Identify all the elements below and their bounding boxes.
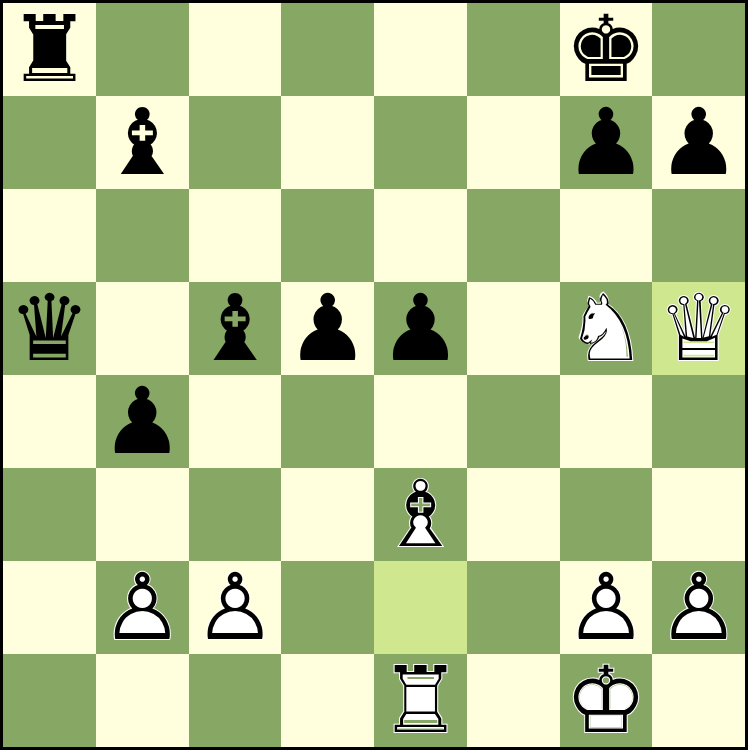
bishop-glyph: ♝ [96, 96, 189, 189]
black-pawn[interactable]: ♟ [281, 282, 374, 375]
square-c6[interactable] [189, 189, 282, 282]
square-f3[interactable] [467, 468, 560, 561]
square-c4[interactable] [189, 375, 282, 468]
white-king[interactable]: ♚♔ [560, 654, 653, 747]
king-glyph: ♚ [560, 3, 653, 96]
square-f2[interactable] [467, 561, 560, 654]
queen-glyph: ♛ [3, 282, 96, 375]
square-h8[interactable] [652, 3, 745, 96]
black-pawn[interactable]: ♟ [652, 96, 745, 189]
pawn-glyph: ♟ [374, 282, 467, 375]
knight-outline-glyph: ♘ [560, 282, 653, 375]
square-d4[interactable] [281, 375, 374, 468]
square-a1[interactable] [3, 654, 96, 747]
black-bishop[interactable]: ♝ [96, 96, 189, 189]
pawn-outline-glyph: ♙ [652, 561, 745, 654]
square-c1[interactable] [189, 654, 282, 747]
square-a6[interactable] [3, 189, 96, 282]
square-f1[interactable] [467, 654, 560, 747]
white-pawn[interactable]: ♟♙ [560, 561, 653, 654]
pawn-glyph: ♟ [560, 96, 653, 189]
square-h6[interactable] [652, 189, 745, 282]
square-e8[interactable] [374, 3, 467, 96]
square-f7[interactable] [467, 96, 560, 189]
square-b3[interactable] [96, 468, 189, 561]
white-knight[interactable]: ♞♘ [560, 282, 653, 375]
square-g6[interactable] [560, 189, 653, 282]
black-pawn[interactable]: ♟ [560, 96, 653, 189]
square-f4[interactable] [467, 375, 560, 468]
square-d8[interactable] [281, 3, 374, 96]
white-rook[interactable]: ♜♖ [374, 654, 467, 747]
black-bishop[interactable]: ♝ [189, 282, 282, 375]
square-g4[interactable] [560, 375, 653, 468]
rook-glyph: ♜ [3, 3, 96, 96]
square-b5[interactable] [96, 282, 189, 375]
square-b1[interactable] [96, 654, 189, 747]
square-c7[interactable] [189, 96, 282, 189]
square-a8[interactable]: ♜ [3, 3, 96, 96]
black-pawn[interactable]: ♟ [96, 375, 189, 468]
square-c2[interactable]: ♟♙ [189, 561, 282, 654]
square-g3[interactable] [560, 468, 653, 561]
square-d5[interactable]: ♟ [281, 282, 374, 375]
square-b6[interactable] [96, 189, 189, 282]
black-queen[interactable]: ♛ [3, 282, 96, 375]
black-king[interactable]: ♚ [560, 3, 653, 96]
square-d1[interactable] [281, 654, 374, 747]
pawn-outline-glyph: ♙ [560, 561, 653, 654]
square-e1[interactable]: ♜♖ [374, 654, 467, 747]
white-pawn[interactable]: ♟♙ [652, 561, 745, 654]
square-h5[interactable]: ♛♕ [652, 282, 745, 375]
square-a3[interactable] [3, 468, 96, 561]
square-d6[interactable] [281, 189, 374, 282]
king-outline-glyph: ♔ [560, 654, 653, 747]
pawn-glyph: ♟ [652, 96, 745, 189]
white-pawn[interactable]: ♟♙ [189, 561, 282, 654]
square-g7[interactable]: ♟ [560, 96, 653, 189]
square-b7[interactable]: ♝ [96, 96, 189, 189]
square-a2[interactable] [3, 561, 96, 654]
square-h3[interactable] [652, 468, 745, 561]
black-pawn[interactable]: ♟ [374, 282, 467, 375]
white-pawn[interactable]: ♟♙ [96, 561, 189, 654]
square-g1[interactable]: ♚♔ [560, 654, 653, 747]
square-h2[interactable]: ♟♙ [652, 561, 745, 654]
square-c5[interactable]: ♝ [189, 282, 282, 375]
black-rook[interactable]: ♜ [3, 3, 96, 96]
queen-outline-glyph: ♕ [652, 282, 745, 375]
square-e3[interactable]: ♝♗ [374, 468, 467, 561]
white-queen[interactable]: ♛♕ [652, 282, 745, 375]
square-h7[interactable]: ♟ [652, 96, 745, 189]
square-e6[interactable] [374, 189, 467, 282]
bishop-outline-glyph: ♗ [374, 468, 467, 561]
square-e4[interactable] [374, 375, 467, 468]
pawn-outline-glyph: ♙ [189, 561, 282, 654]
square-d7[interactable] [281, 96, 374, 189]
square-f5[interactable] [467, 282, 560, 375]
square-f8[interactable] [467, 3, 560, 96]
square-d3[interactable] [281, 468, 374, 561]
square-g2[interactable]: ♟♙ [560, 561, 653, 654]
rook-outline-glyph: ♖ [374, 654, 467, 747]
square-a4[interactable] [3, 375, 96, 468]
square-g8[interactable]: ♚ [560, 3, 653, 96]
chess-board: ♜♚♝♟♟♛♝♟♟♞♘♛♕♟♝♗♟♙♟♙♟♙♟♙♜♖♚♔ [0, 0, 748, 750]
bishop-glyph: ♝ [189, 282, 282, 375]
square-g5[interactable]: ♞♘ [560, 282, 653, 375]
square-b8[interactable] [96, 3, 189, 96]
square-h1[interactable] [652, 654, 745, 747]
white-bishop[interactable]: ♝♗ [374, 468, 467, 561]
square-c3[interactable] [189, 468, 282, 561]
square-b2[interactable]: ♟♙ [96, 561, 189, 654]
square-d2[interactable] [281, 561, 374, 654]
square-b4[interactable]: ♟ [96, 375, 189, 468]
pawn-glyph: ♟ [281, 282, 374, 375]
square-e5[interactable]: ♟ [374, 282, 467, 375]
square-f6[interactable] [467, 189, 560, 282]
square-h4[interactable] [652, 375, 745, 468]
pawn-glyph: ♟ [96, 375, 189, 468]
square-c8[interactable] [189, 3, 282, 96]
square-e7[interactable] [374, 96, 467, 189]
pawn-outline-glyph: ♙ [96, 561, 189, 654]
square-e2[interactable] [374, 561, 467, 654]
square-a7[interactable] [3, 96, 96, 189]
square-a5[interactable]: ♛ [3, 282, 96, 375]
